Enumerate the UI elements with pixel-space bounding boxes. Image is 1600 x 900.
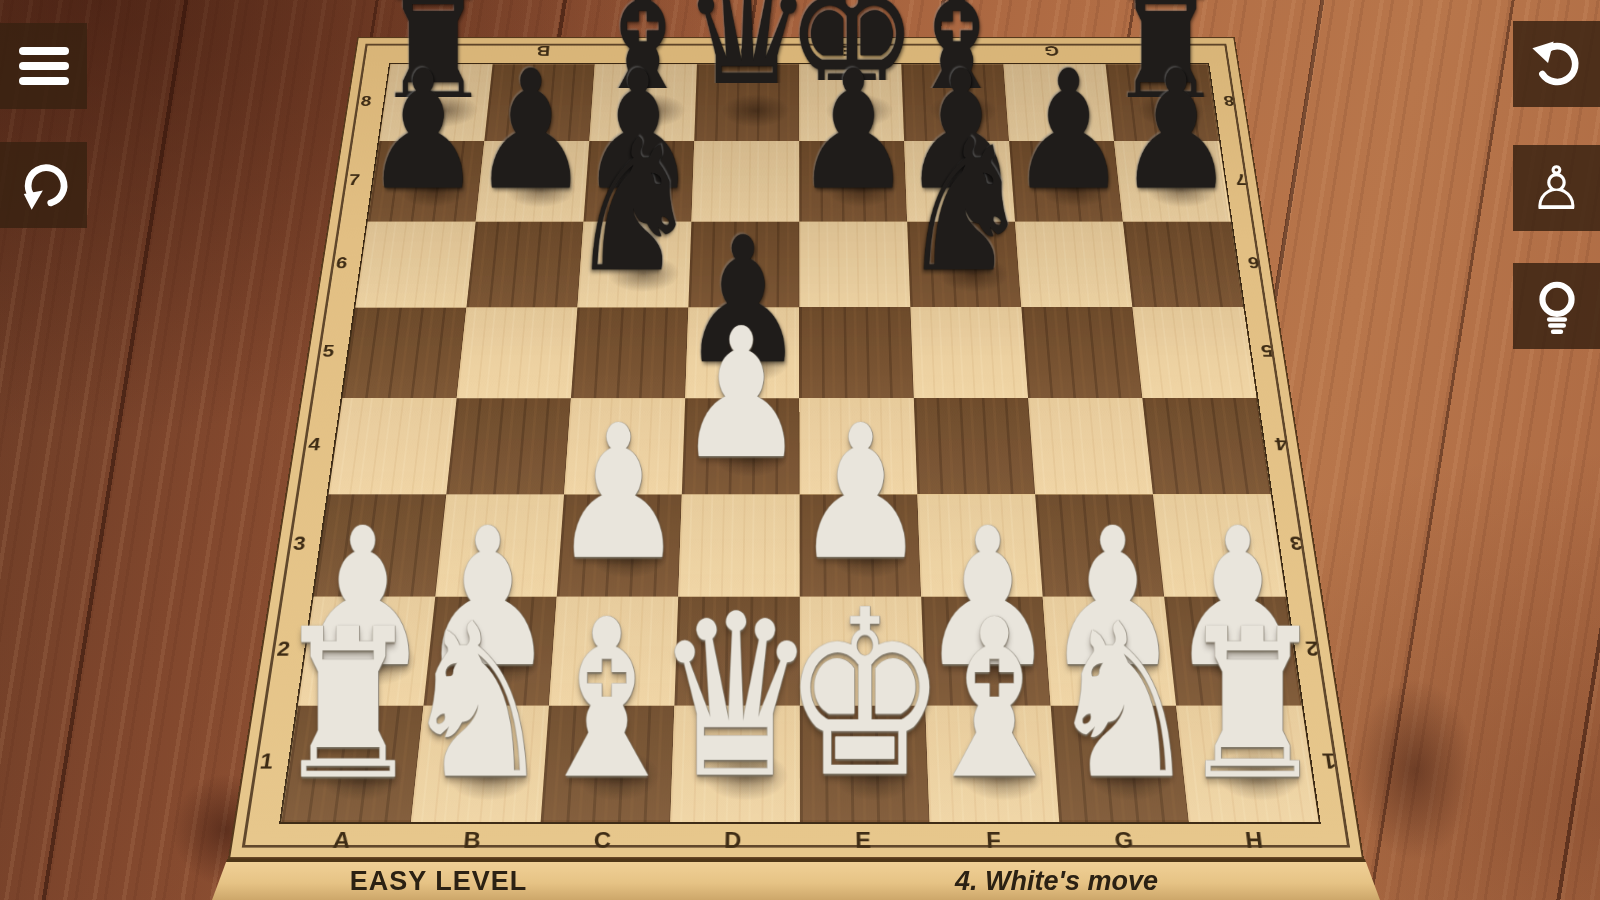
square-h6[interactable] — [1123, 222, 1243, 308]
piece-white-rook-a1[interactable]: ♜ — [274, 602, 423, 809]
square-f6[interactable]: ♞ — [907, 222, 1021, 308]
lightbulb-icon — [1530, 278, 1584, 334]
square-d8[interactable]: ♛ — [694, 64, 799, 141]
board-front-face: EASY LEVEL 4. White's move — [212, 859, 1380, 900]
square-a6[interactable] — [355, 222, 475, 308]
restart-button[interactable] — [0, 142, 87, 228]
coord-label-C: C — [593, 38, 696, 63]
square-f4[interactable] — [914, 398, 1035, 494]
coord-label-A: A — [274, 820, 409, 861]
square-f1[interactable]: ♝ — [925, 706, 1059, 822]
chess-app-screen: ♜♝♛♚♝♜♟♟♟♟♟♟♟♞♞♟♟♟♟♟♟♟♟♟♜♞♝♛♚♝♞♜ ABCDEFG… — [0, 0, 1600, 900]
piece-white-pawn-d4[interactable]: ♟ — [677, 305, 806, 484]
coord-label-B: B — [491, 38, 595, 63]
square-h1[interactable]: ♜ — [1176, 706, 1318, 822]
piece-black-knight-f6[interactable]: ♞ — [900, 116, 1031, 298]
square-f5[interactable] — [910, 307, 1028, 398]
square-g4[interactable] — [1028, 398, 1153, 494]
coord-label-H: H — [1187, 820, 1323, 861]
piece-white-knight-g1[interactable]: ♞ — [1047, 596, 1200, 809]
menu-icon — [19, 47, 69, 85]
square-d1[interactable]: ♛ — [670, 706, 800, 822]
square-g1[interactable]: ♞ — [1051, 706, 1189, 822]
square-h7[interactable]: ♟ — [1114, 141, 1231, 222]
square-c6[interactable]: ♞ — [577, 222, 691, 308]
square-a4[interactable] — [329, 398, 457, 494]
square-e6[interactable] — [799, 222, 910, 308]
square-h5[interactable] — [1132, 307, 1256, 398]
file-labels-top: ABCDEFGH — [389, 38, 1206, 63]
square-h4[interactable] — [1142, 398, 1270, 494]
coord-label-H: H — [1101, 38, 1206, 63]
coord-label-A: A — [389, 38, 494, 63]
pawn-outline-icon: ♙ — [1530, 158, 1584, 218]
square-d4[interactable]: ♟ — [682, 398, 800, 494]
coord-label-E: E — [798, 38, 900, 63]
piece-black-pawn-a7[interactable]: ♟ — [364, 49, 482, 213]
restart-icon — [16, 157, 72, 213]
coord-label-F: F — [928, 820, 1061, 861]
coord-label-C: C — [536, 820, 669, 861]
coord-label-D: D — [695, 38, 797, 63]
square-b6[interactable] — [466, 222, 583, 308]
square-e1[interactable]: ♚ — [800, 706, 930, 822]
menu-button[interactable] — [0, 23, 87, 109]
square-a5[interactable] — [342, 307, 466, 398]
move-status: 4. White's move — [955, 866, 1158, 897]
undo-button[interactable] — [1513, 21, 1600, 107]
square-g5[interactable] — [1021, 307, 1142, 398]
square-a7[interactable]: ♟ — [368, 141, 485, 222]
square-e7[interactable]: ♟ — [799, 141, 907, 222]
coord-label-E: E — [798, 820, 929, 861]
piece-white-pawn-c3[interactable]: ♟ — [552, 401, 685, 586]
square-g6[interactable] — [1015, 222, 1132, 308]
coord-label-D: D — [667, 820, 798, 861]
undo-icon — [1529, 36, 1585, 92]
piece-black-knight-c6[interactable]: ♞ — [568, 116, 699, 298]
coord-label-B: B — [405, 820, 539, 861]
coord-label-F: F — [899, 38, 1002, 63]
hint-button[interactable] — [1513, 263, 1600, 349]
difficulty-label: EASY LEVEL — [350, 866, 528, 897]
board-scene: ♜♝♛♚♝♜♟♟♟♟♟♟♟♞♞♟♟♟♟♟♟♟♟♟♜♞♝♛♚♝♞♜ ABCDEFG… — [228, 0, 1364, 859]
file-labels-bottom: ABCDEFGH — [274, 820, 1323, 861]
player-pieces-button[interactable]: ♙ — [1513, 145, 1600, 231]
squares: ♜♝♛♚♝♜♟♟♟♟♟♟♟♞♞♟♟♟♟♟♟♟♟♟♜♞♝♛♚♝♞♜ — [279, 63, 1321, 824]
chess-board: ♜♝♛♚♝♜♟♟♟♟♟♟♟♞♞♟♟♟♟♟♟♟♟♟♜♞♝♛♚♝♞♜ ABCDEFG… — [228, 37, 1364, 859]
piece-white-pawn-e3[interactable]: ♟ — [794, 401, 927, 586]
coord-label-G: G — [1057, 820, 1191, 861]
piece-black-pawn-e7[interactable]: ♟ — [794, 49, 912, 213]
coord-label-G: G — [1000, 38, 1104, 63]
